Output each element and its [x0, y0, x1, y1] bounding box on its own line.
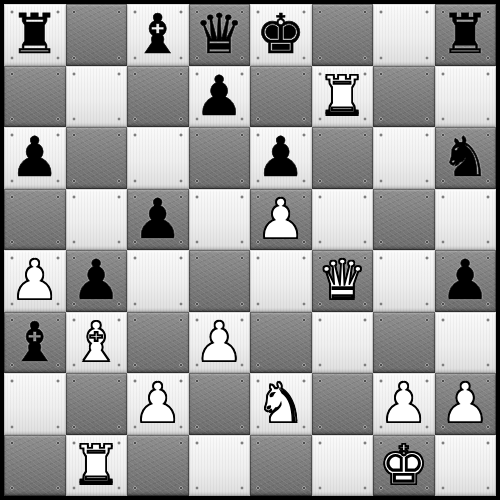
square-g7[interactable] [373, 66, 435, 128]
piece-white-pawn: ♟ [133, 373, 182, 434]
square-c3[interactable] [127, 312, 189, 374]
square-c2[interactable]: ♟ [127, 373, 189, 435]
square-f4[interactable]: ♛ [312, 250, 374, 312]
square-g3[interactable] [373, 312, 435, 374]
square-d2[interactable] [189, 373, 251, 435]
square-h7[interactable] [435, 66, 497, 128]
square-f1[interactable] [312, 435, 374, 497]
square-e1[interactable] [250, 435, 312, 497]
square-b5[interactable] [66, 189, 128, 251]
square-g8[interactable] [373, 4, 435, 66]
square-d6[interactable] [189, 127, 251, 189]
piece-white-pawn: ♟ [256, 189, 305, 250]
piece-black-pawn: ♟ [72, 250, 121, 311]
square-d7[interactable]: ♟ [189, 66, 251, 128]
square-c4[interactable] [127, 250, 189, 312]
square-g5[interactable] [373, 189, 435, 251]
piece-white-pawn: ♟ [10, 250, 59, 311]
square-c5[interactable]: ♟ [127, 189, 189, 251]
square-b8[interactable] [66, 4, 128, 66]
piece-white-pawn: ♟ [195, 312, 244, 373]
piece-black-knight: ♞ [441, 127, 490, 188]
square-e8[interactable]: ♚ [250, 4, 312, 66]
square-f3[interactable] [312, 312, 374, 374]
square-a7[interactable] [4, 66, 66, 128]
square-h3[interactable] [435, 312, 497, 374]
piece-black-queen: ♛ [195, 4, 244, 65]
square-e4[interactable] [250, 250, 312, 312]
chessboard-frame: ♜♝♛♚♜♟♜♟♟♞♟♟♟♟♛♟♝♝♟♟♞♟♟♜♚ [0, 0, 500, 500]
square-h2[interactable]: ♟ [435, 373, 497, 435]
piece-black-king: ♚ [256, 4, 305, 65]
square-f7[interactable]: ♜ [312, 66, 374, 128]
piece-white-queen: ♛ [318, 250, 367, 311]
square-f5[interactable] [312, 189, 374, 251]
square-a5[interactable] [4, 189, 66, 251]
piece-white-king: ♚ [379, 435, 428, 496]
square-b1[interactable]: ♜ [66, 435, 128, 497]
piece-white-rook: ♜ [318, 66, 367, 127]
square-e3[interactable] [250, 312, 312, 374]
square-b6[interactable] [66, 127, 128, 189]
square-g1[interactable]: ♚ [373, 435, 435, 497]
piece-black-rook: ♜ [10, 4, 59, 65]
square-e5[interactable]: ♟ [250, 189, 312, 251]
square-a2[interactable] [4, 373, 66, 435]
square-d3[interactable]: ♟ [189, 312, 251, 374]
square-b7[interactable] [66, 66, 128, 128]
square-g4[interactable] [373, 250, 435, 312]
square-h8[interactable]: ♜ [435, 4, 497, 66]
square-d1[interactable] [189, 435, 251, 497]
piece-white-knight: ♞ [256, 373, 305, 434]
piece-white-pawn: ♟ [379, 373, 428, 434]
square-b3[interactable]: ♝ [66, 312, 128, 374]
piece-black-pawn: ♟ [10, 127, 59, 188]
square-a4[interactable]: ♟ [4, 250, 66, 312]
square-h6[interactable]: ♞ [435, 127, 497, 189]
square-a8[interactable]: ♜ [4, 4, 66, 66]
square-f6[interactable] [312, 127, 374, 189]
piece-white-bishop: ♝ [72, 312, 121, 373]
square-d4[interactable] [189, 250, 251, 312]
square-h1[interactable] [435, 435, 497, 497]
square-f2[interactable] [312, 373, 374, 435]
square-c7[interactable] [127, 66, 189, 128]
piece-black-pawn: ♟ [441, 250, 490, 311]
piece-white-pawn: ♟ [441, 373, 490, 434]
square-a6[interactable]: ♟ [4, 127, 66, 189]
square-f8[interactable] [312, 4, 374, 66]
piece-black-bishop: ♝ [10, 312, 59, 373]
square-b4[interactable]: ♟ [66, 250, 128, 312]
square-h4[interactable]: ♟ [435, 250, 497, 312]
piece-black-pawn: ♟ [256, 127, 305, 188]
square-b2[interactable] [66, 373, 128, 435]
square-g2[interactable]: ♟ [373, 373, 435, 435]
piece-black-rook: ♜ [441, 4, 490, 65]
square-a3[interactable]: ♝ [4, 312, 66, 374]
square-c6[interactable] [127, 127, 189, 189]
piece-white-rook: ♜ [72, 435, 121, 496]
square-g6[interactable] [373, 127, 435, 189]
square-c1[interactable] [127, 435, 189, 497]
square-e6[interactable]: ♟ [250, 127, 312, 189]
square-e7[interactable] [250, 66, 312, 128]
piece-black-pawn: ♟ [133, 189, 182, 250]
square-a1[interactable] [4, 435, 66, 497]
chessboard: ♜♝♛♚♜♟♜♟♟♞♟♟♟♟♛♟♝♝♟♟♞♟♟♜♚ [4, 4, 496, 496]
square-d5[interactable] [189, 189, 251, 251]
square-h5[interactable] [435, 189, 497, 251]
piece-black-bishop: ♝ [133, 4, 182, 65]
square-c8[interactable]: ♝ [127, 4, 189, 66]
square-d8[interactable]: ♛ [189, 4, 251, 66]
piece-black-pawn: ♟ [195, 66, 244, 127]
square-e2[interactable]: ♞ [250, 373, 312, 435]
